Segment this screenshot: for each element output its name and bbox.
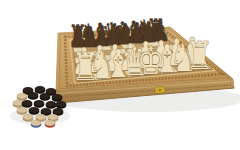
checker-disc-blue: [30, 120, 41, 128]
checker-disc-dark: [27, 92, 38, 100]
checker-disc-dark: [51, 94, 62, 102]
piece-white-rook-h1: ♜: [186, 33, 213, 78]
checker-disc-light: [16, 107, 27, 115]
product-photo: ♜♞♝♛♚♝♞♜♟♟♟♟♟♟♟♟♟♟♟♟♟♟♟♟♜♞♝♛♚♝♞♜: [0, 0, 240, 150]
brass-clasp: [155, 86, 165, 93]
checker-disc-dark: [39, 93, 50, 101]
chess-set-photo: ♜♞♝♛♚♝♞♜♟♟♟♟♟♟♟♟♟♟♟♟♟♟♟♟♜♞♝♛♚♝♞♜: [0, 0, 240, 150]
checker-disc-dark: [28, 107, 39, 115]
checker-disc-dark: [45, 101, 56, 109]
checker-disc-red: [44, 120, 55, 128]
checker-disc-dark: [33, 100, 44, 108]
checker-disc-light: [16, 93, 27, 101]
checker-disc-dark: [55, 101, 66, 109]
checker-disc-dark: [21, 100, 32, 108]
